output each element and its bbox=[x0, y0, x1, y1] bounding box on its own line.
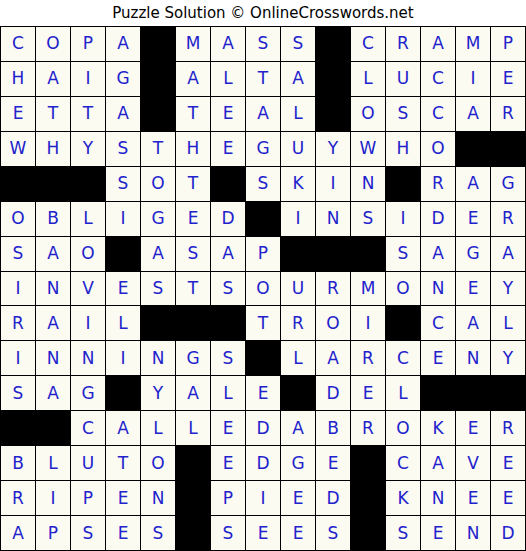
grid-cell: P bbox=[491, 27, 525, 61]
grid-cell: R bbox=[1, 306, 35, 340]
grid-cell: L bbox=[106, 306, 140, 340]
block-cell bbox=[281, 237, 315, 271]
grid-cell: A bbox=[141, 237, 175, 271]
grid-cell: N bbox=[141, 481, 175, 515]
grid-cell: S bbox=[141, 516, 175, 550]
grid-cell: A bbox=[211, 27, 245, 61]
grid-cell: A bbox=[106, 411, 140, 445]
grid-cell: G bbox=[246, 132, 280, 166]
grid-cell: S bbox=[386, 97, 420, 131]
grid-cell: R bbox=[1, 481, 35, 515]
grid-cell: I bbox=[106, 341, 140, 375]
grid-cell: A bbox=[36, 237, 70, 271]
grid-cell: D bbox=[421, 202, 455, 236]
grid-cell: C bbox=[1, 27, 35, 61]
grid-cell: N bbox=[141, 341, 175, 375]
grid-cell: P bbox=[246, 237, 280, 271]
grid-cell: D bbox=[211, 202, 245, 236]
grid-cell: E bbox=[211, 411, 245, 445]
block-cell bbox=[141, 62, 175, 96]
grid-cell: E bbox=[211, 97, 245, 131]
grid-cell: S bbox=[246, 167, 280, 201]
grid-cell: T bbox=[176, 272, 210, 306]
grid-cell: S bbox=[106, 167, 140, 201]
grid-cell: C bbox=[386, 341, 420, 375]
grid-cell: R bbox=[316, 272, 350, 306]
grid-cell: E bbox=[456, 411, 490, 445]
grid-cell: O bbox=[316, 306, 350, 340]
crossword-grid: COPAMASSCRAMPHAIGALTALUCIEETTATEALOSCARW… bbox=[0, 26, 526, 551]
grid-cell: R bbox=[351, 341, 385, 375]
grid-cell: A bbox=[281, 62, 315, 96]
grid-cell: S bbox=[1, 376, 35, 410]
grid-cell: A bbox=[1, 516, 35, 550]
block-cell bbox=[211, 167, 245, 201]
grid-cell: L bbox=[491, 306, 525, 340]
grid-cell: E bbox=[211, 132, 245, 166]
grid-cell: T bbox=[36, 97, 70, 131]
grid-cell: T bbox=[176, 167, 210, 201]
grid-cell: T bbox=[176, 97, 210, 131]
grid-cell: N bbox=[351, 167, 385, 201]
grid-cell: A bbox=[176, 376, 210, 410]
grid-cell: E bbox=[281, 516, 315, 550]
block-cell bbox=[386, 306, 420, 340]
block-cell bbox=[36, 411, 70, 445]
block-cell bbox=[141, 97, 175, 131]
grid-cell: K bbox=[386, 481, 420, 515]
block-cell bbox=[351, 237, 385, 271]
grid-cell: O bbox=[1, 202, 35, 236]
grid-cell: N bbox=[456, 516, 490, 550]
grid-cell: M bbox=[456, 27, 490, 61]
grid-cell: Y bbox=[491, 341, 525, 375]
grid-cell: G bbox=[141, 202, 175, 236]
grid-cell: A bbox=[106, 27, 140, 61]
grid-cell: E bbox=[456, 272, 490, 306]
grid-cell: A bbox=[36, 376, 70, 410]
grid-cell: W bbox=[1, 132, 35, 166]
grid-cell: C bbox=[71, 411, 105, 445]
grid-cell: L bbox=[141, 411, 175, 445]
grid-cell: O bbox=[141, 446, 175, 480]
grid-cell: B bbox=[316, 411, 350, 445]
grid-cell: S bbox=[71, 516, 105, 550]
grid-cell: S bbox=[211, 341, 245, 375]
block-cell bbox=[281, 376, 315, 410]
grid-cell: L bbox=[386, 376, 420, 410]
grid-cell: S bbox=[246, 27, 280, 61]
grid-cell: S bbox=[316, 516, 350, 550]
grid-cell: B bbox=[1, 446, 35, 480]
grid-cell: M bbox=[176, 27, 210, 61]
block-cell bbox=[211, 306, 245, 340]
block-cell bbox=[141, 27, 175, 61]
grid-cell: Y bbox=[141, 376, 175, 410]
grid-cell: W bbox=[351, 132, 385, 166]
grid-cell: K bbox=[281, 167, 315, 201]
grid-cell: R bbox=[351, 411, 385, 445]
block-cell bbox=[456, 132, 490, 166]
block-cell bbox=[351, 516, 385, 550]
grid-cell: U bbox=[281, 132, 315, 166]
grid-cell: E bbox=[351, 376, 385, 410]
grid-cell: E bbox=[246, 516, 280, 550]
grid-cell: O bbox=[351, 97, 385, 131]
grid-cell: N bbox=[36, 341, 70, 375]
grid-cell: A bbox=[281, 411, 315, 445]
grid-cell: G bbox=[456, 237, 490, 271]
grid-cell: E bbox=[456, 481, 490, 515]
grid-cell: U bbox=[71, 446, 105, 480]
grid-cell: G bbox=[491, 167, 525, 201]
block-cell bbox=[421, 376, 455, 410]
grid-cell: E bbox=[1, 97, 35, 131]
grid-cell: I bbox=[1, 272, 35, 306]
grid-cell: A bbox=[211, 237, 245, 271]
block-cell bbox=[1, 167, 35, 201]
grid-cell: I bbox=[36, 481, 70, 515]
grid-cell: N bbox=[71, 341, 105, 375]
grid-cell: E bbox=[316, 446, 350, 480]
grid-cell: O bbox=[36, 27, 70, 61]
grid-cell: O bbox=[421, 132, 455, 166]
grid-cell: R bbox=[491, 202, 525, 236]
grid-cell: I bbox=[246, 481, 280, 515]
grid-cell: D bbox=[316, 481, 350, 515]
grid-cell: R bbox=[386, 27, 420, 61]
block-cell bbox=[386, 167, 420, 201]
grid-cell: I bbox=[71, 62, 105, 96]
grid-cell: A bbox=[246, 97, 280, 131]
grid-cell: C bbox=[421, 97, 455, 131]
grid-cell: R bbox=[491, 97, 525, 131]
grid-cell: S bbox=[211, 272, 245, 306]
grid-cell: Y bbox=[316, 132, 350, 166]
grid-cell: C bbox=[386, 446, 420, 480]
grid-cell: S bbox=[176, 237, 210, 271]
grid-cell: E bbox=[491, 446, 525, 480]
grid-cell: S bbox=[1, 237, 35, 271]
grid-cell: L bbox=[36, 446, 70, 480]
grid-cell: T bbox=[106, 446, 140, 480]
grid-cell: N bbox=[36, 272, 70, 306]
grid-cell: A bbox=[176, 62, 210, 96]
grid-cell: T bbox=[246, 62, 280, 96]
block-cell bbox=[1, 411, 35, 445]
grid-cell: I bbox=[316, 167, 350, 201]
grid-cell: I bbox=[456, 62, 490, 96]
grid-cell: S bbox=[211, 516, 245, 550]
grid-cell: V bbox=[71, 272, 105, 306]
grid-cell: E bbox=[491, 481, 525, 515]
block-cell bbox=[316, 237, 350, 271]
block-cell bbox=[351, 446, 385, 480]
grid-cell: S bbox=[141, 272, 175, 306]
grid-cell: N bbox=[421, 272, 455, 306]
grid-cell: L bbox=[176, 411, 210, 445]
grid-cell: L bbox=[281, 341, 315, 375]
grid-cell: E bbox=[106, 516, 140, 550]
grid-cell: O bbox=[386, 411, 420, 445]
grid-cell: S bbox=[106, 132, 140, 166]
grid-cell: A bbox=[36, 62, 70, 96]
block-cell bbox=[491, 132, 525, 166]
grid-cell: A bbox=[421, 27, 455, 61]
grid-cell: O bbox=[71, 237, 105, 271]
grid-cell: L bbox=[211, 376, 245, 410]
block-cell bbox=[316, 27, 350, 61]
grid-cell: O bbox=[246, 272, 280, 306]
grid-cell: G bbox=[106, 62, 140, 96]
block-cell bbox=[106, 376, 140, 410]
grid-cell: R bbox=[491, 411, 525, 445]
grid-cell: G bbox=[71, 376, 105, 410]
grid-cell: E bbox=[106, 272, 140, 306]
block-cell bbox=[36, 167, 70, 201]
grid-cell: D bbox=[246, 411, 280, 445]
grid-cell: E bbox=[106, 481, 140, 515]
grid-cell: D bbox=[491, 516, 525, 550]
grid-cell: S bbox=[386, 237, 420, 271]
grid-cell: H bbox=[36, 132, 70, 166]
block-cell bbox=[456, 376, 490, 410]
block-cell bbox=[106, 237, 140, 271]
grid-cell: P bbox=[71, 27, 105, 61]
grid-cell: L bbox=[351, 62, 385, 96]
grid-cell: E bbox=[246, 376, 280, 410]
grid-cell: A bbox=[421, 446, 455, 480]
grid-cell: I bbox=[71, 306, 105, 340]
grid-cell: K bbox=[421, 411, 455, 445]
grid-cell: L bbox=[211, 62, 245, 96]
grid-cell: H bbox=[386, 132, 420, 166]
grid-cell: E bbox=[421, 341, 455, 375]
block-cell bbox=[246, 202, 280, 236]
grid-cell: N bbox=[316, 202, 350, 236]
grid-cell: A bbox=[421, 237, 455, 271]
grid-cell: R bbox=[421, 167, 455, 201]
page-title: Puzzle Solution © OnlineCrosswords.net bbox=[0, 0, 526, 26]
grid-cell: T bbox=[246, 306, 280, 340]
grid-cell: D bbox=[246, 446, 280, 480]
grid-cell: A bbox=[491, 237, 525, 271]
grid-cell: U bbox=[281, 272, 315, 306]
grid-cell: I bbox=[386, 202, 420, 236]
grid-cell: I bbox=[351, 306, 385, 340]
puzzle-solution-page: Puzzle Solution © OnlineCrosswords.net C… bbox=[0, 0, 526, 551]
grid-cell: L bbox=[71, 202, 105, 236]
grid-cell: A bbox=[36, 306, 70, 340]
grid-cell: L bbox=[281, 97, 315, 131]
grid-cell: A bbox=[316, 341, 350, 375]
grid-cell: C bbox=[421, 306, 455, 340]
block-cell bbox=[316, 97, 350, 131]
block-cell bbox=[141, 306, 175, 340]
block-cell bbox=[351, 481, 385, 515]
grid-cell: Y bbox=[491, 272, 525, 306]
grid-cell: Y bbox=[71, 132, 105, 166]
grid-cell: P bbox=[71, 481, 105, 515]
block-cell bbox=[71, 167, 105, 201]
grid-cell: T bbox=[71, 97, 105, 131]
grid-cell: I bbox=[1, 341, 35, 375]
grid-cell: C bbox=[421, 62, 455, 96]
grid-cell: E bbox=[176, 202, 210, 236]
grid-cell: V bbox=[456, 446, 490, 480]
grid-cell: E bbox=[281, 481, 315, 515]
grid-cell: E bbox=[491, 62, 525, 96]
grid-cell: S bbox=[351, 202, 385, 236]
grid-cell: N bbox=[421, 481, 455, 515]
grid-cell: R bbox=[281, 306, 315, 340]
grid-cell: A bbox=[456, 167, 490, 201]
grid-cell: H bbox=[176, 132, 210, 166]
block-cell bbox=[176, 446, 210, 480]
grid-cell: A bbox=[456, 306, 490, 340]
grid-cell: G bbox=[281, 446, 315, 480]
grid-cell: S bbox=[386, 516, 420, 550]
block-cell bbox=[176, 306, 210, 340]
grid-cell: A bbox=[106, 97, 140, 131]
grid-cell: D bbox=[316, 376, 350, 410]
grid-cell: T bbox=[141, 132, 175, 166]
grid-cell: B bbox=[36, 202, 70, 236]
grid-cell: N bbox=[456, 341, 490, 375]
block-cell bbox=[316, 62, 350, 96]
grid-cell: O bbox=[141, 167, 175, 201]
grid-cell: A bbox=[456, 97, 490, 131]
grid-cell: I bbox=[281, 202, 315, 236]
grid-cell: E bbox=[421, 516, 455, 550]
grid-cell: M bbox=[351, 272, 385, 306]
grid-cell: C bbox=[351, 27, 385, 61]
grid-cell: P bbox=[36, 516, 70, 550]
block-cell bbox=[176, 481, 210, 515]
block-cell bbox=[246, 341, 280, 375]
grid-cell: G bbox=[176, 341, 210, 375]
grid-cell: I bbox=[106, 202, 140, 236]
grid-cell: H bbox=[1, 62, 35, 96]
block-cell bbox=[491, 376, 525, 410]
grid-cell: E bbox=[211, 446, 245, 480]
block-cell bbox=[176, 516, 210, 550]
grid-cell: E bbox=[456, 202, 490, 236]
grid-cell: U bbox=[386, 62, 420, 96]
grid-cell: O bbox=[386, 272, 420, 306]
grid-cell: S bbox=[281, 27, 315, 61]
grid-cell: P bbox=[211, 481, 245, 515]
